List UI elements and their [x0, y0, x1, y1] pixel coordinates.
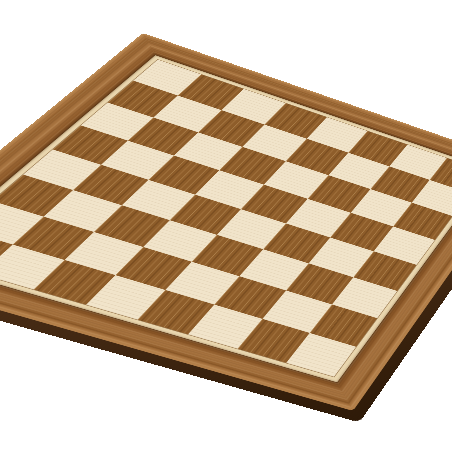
product-photo-stage	[0, 0, 452, 452]
board-top-face	[0, 33, 452, 411]
chessboard	[0, 33, 452, 423]
